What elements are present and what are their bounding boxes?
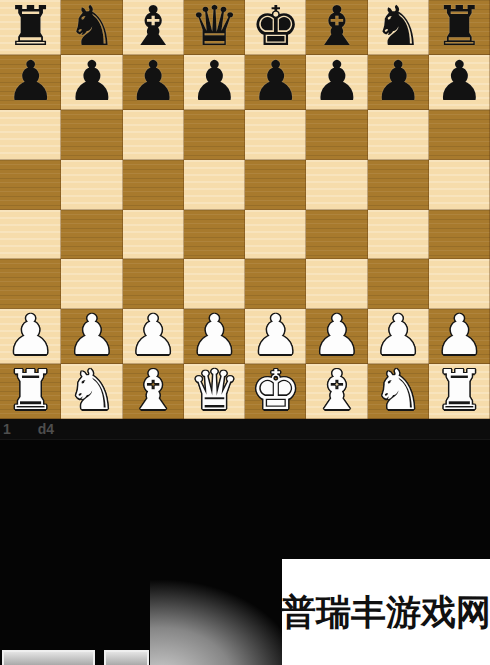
piece-white-king: ♚ — [251, 363, 300, 418]
piece-white-pawn: ♟ — [190, 308, 239, 363]
square-f8[interactable]: ♝ — [306, 0, 367, 55]
square-c8[interactable]: ♝ — [123, 0, 184, 55]
square-a5[interactable] — [0, 160, 61, 210]
square-d8[interactable]: ♛ — [184, 0, 245, 55]
square-c6[interactable] — [123, 110, 184, 160]
square-h8[interactable]: ♜ — [429, 0, 490, 55]
square-e2[interactable]: ♟ — [245, 309, 306, 364]
square-f7[interactable]: ♟ — [306, 55, 367, 110]
piece-white-pawn: ♟ — [6, 308, 55, 363]
square-f6[interactable] — [306, 110, 367, 160]
move-number: 1 — [3, 421, 11, 437]
square-e4[interactable] — [245, 210, 306, 260]
piece-white-rook: ♜ — [6, 363, 55, 418]
piece-black-queen: ♛ — [190, 0, 239, 54]
square-b4[interactable] — [61, 210, 122, 260]
square-h1[interactable]: ♜ — [429, 364, 490, 419]
piece-white-knight: ♞ — [373, 363, 422, 418]
square-g6[interactable] — [368, 110, 429, 160]
piece-white-bishop: ♝ — [128, 363, 177, 418]
piece-black-pawn: ♟ — [67, 54, 116, 109]
square-g3[interactable] — [368, 259, 429, 309]
square-g8[interactable]: ♞ — [368, 0, 429, 55]
watermark-text: 普瑞丰游戏网 — [281, 595, 490, 630]
piece-white-pawn: ♟ — [67, 308, 116, 363]
square-d7[interactable]: ♟ — [184, 55, 245, 110]
square-b8[interactable]: ♞ — [61, 0, 122, 55]
piece-white-pawn: ♟ — [312, 308, 361, 363]
chess-app-screen: ♜♞♝♛♚♝♞♜♟♟♟♟♟♟♟♟♟♟♟♟♟♟♟♟♜♞♝♛♚♝♞♜ 1 d4 普瑞… — [0, 0, 490, 665]
square-b2[interactable]: ♟ — [61, 309, 122, 364]
square-e8[interactable]: ♚ — [245, 0, 306, 55]
piece-white-pawn: ♟ — [128, 308, 177, 363]
square-g7[interactable]: ♟ — [368, 55, 429, 110]
piece-white-queen: ♛ — [190, 363, 239, 418]
square-g5[interactable] — [368, 160, 429, 210]
piece-white-bishop: ♝ — [312, 363, 361, 418]
square-f3[interactable] — [306, 259, 367, 309]
square-d3[interactable] — [184, 259, 245, 309]
square-h2[interactable]: ♟ — [429, 309, 490, 364]
piece-black-bishop: ♝ — [128, 0, 177, 54]
square-a2[interactable]: ♟ — [0, 309, 61, 364]
piece-black-knight: ♞ — [67, 0, 116, 54]
square-c1[interactable]: ♝ — [123, 364, 184, 419]
square-e1[interactable]: ♚ — [245, 364, 306, 419]
square-g2[interactable]: ♟ — [368, 309, 429, 364]
square-g4[interactable] — [368, 210, 429, 260]
watermark-box: 普瑞丰游戏网 — [282, 559, 490, 665]
chess-board[interactable]: ♜♞♝♛♚♝♞♜♟♟♟♟♟♟♟♟♟♟♟♟♟♟♟♟♜♞♝♛♚♝♞♜ — [0, 0, 490, 419]
bottom-panel: 普瑞丰游戏网 — [0, 439, 490, 665]
square-a6[interactable] — [0, 110, 61, 160]
square-h5[interactable] — [429, 160, 490, 210]
piece-white-knight: ♞ — [67, 363, 116, 418]
piece-black-king: ♚ — [251, 0, 300, 54]
piece-black-knight: ♞ — [373, 0, 422, 54]
square-f5[interactable] — [306, 160, 367, 210]
piece-black-rook: ♜ — [435, 0, 484, 54]
square-c3[interactable] — [123, 259, 184, 309]
piece-black-pawn: ♟ — [373, 54, 422, 109]
piece-black-rook: ♜ — [6, 0, 55, 54]
square-e5[interactable] — [245, 160, 306, 210]
piece-white-pawn: ♟ — [435, 308, 484, 363]
square-c2[interactable]: ♟ — [123, 309, 184, 364]
square-b1[interactable]: ♞ — [61, 364, 122, 419]
square-d1[interactable]: ♛ — [184, 364, 245, 419]
move-white: d4 — [38, 421, 54, 437]
move-list-bar: 1 d4 — [0, 419, 490, 439]
square-e3[interactable] — [245, 259, 306, 309]
piece-white-rook: ♜ — [435, 363, 484, 418]
piece-black-pawn: ♟ — [6, 54, 55, 109]
piece-black-bishop: ♝ — [312, 0, 361, 54]
square-h4[interactable] — [429, 210, 490, 260]
square-a7[interactable]: ♟ — [0, 55, 61, 110]
square-b5[interactable] — [61, 160, 122, 210]
square-b7[interactable]: ♟ — [61, 55, 122, 110]
square-c5[interactable] — [123, 160, 184, 210]
square-h7[interactable]: ♟ — [429, 55, 490, 110]
square-d5[interactable] — [184, 160, 245, 210]
gradient-artifact — [150, 558, 283, 665]
square-f1[interactable]: ♝ — [306, 364, 367, 419]
square-h6[interactable] — [429, 110, 490, 160]
square-a8[interactable]: ♜ — [0, 0, 61, 55]
square-f4[interactable] — [306, 210, 367, 260]
square-a1[interactable]: ♜ — [0, 364, 61, 419]
piece-white-pawn: ♟ — [251, 308, 300, 363]
square-e7[interactable]: ♟ — [245, 55, 306, 110]
piece-black-pawn: ♟ — [435, 54, 484, 109]
piece-black-pawn: ♟ — [251, 54, 300, 109]
piece-black-pawn: ♟ — [128, 54, 177, 109]
square-c7[interactable]: ♟ — [123, 55, 184, 110]
square-h3[interactable] — [429, 259, 490, 309]
square-f2[interactable]: ♟ — [306, 309, 367, 364]
square-a4[interactable] — [0, 210, 61, 260]
square-d6[interactable] — [184, 110, 245, 160]
square-b6[interactable] — [61, 110, 122, 160]
square-e6[interactable] — [245, 110, 306, 160]
bottom-left-button-1[interactable] — [2, 650, 95, 665]
piece-white-pawn: ♟ — [373, 308, 422, 363]
square-b3[interactable] — [61, 259, 122, 309]
piece-black-pawn: ♟ — [190, 54, 239, 109]
square-c4[interactable] — [123, 210, 184, 260]
square-d2[interactable]: ♟ — [184, 309, 245, 364]
piece-black-pawn: ♟ — [312, 54, 361, 109]
square-a3[interactable] — [0, 259, 61, 309]
bottom-left-button-2[interactable] — [104, 650, 149, 665]
square-d4[interactable] — [184, 210, 245, 260]
square-g1[interactable]: ♞ — [368, 364, 429, 419]
